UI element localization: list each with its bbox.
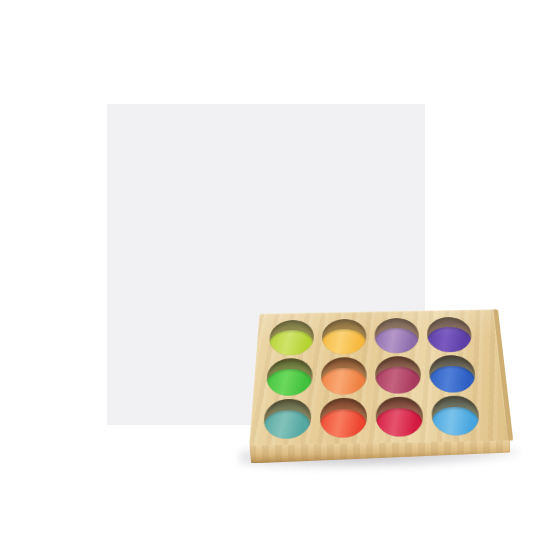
well-hole-orchid	[374, 318, 419, 354]
board-well-lime	[264, 318, 318, 357]
felt-disc-blue	[429, 365, 475, 393]
board-well-red_orange	[314, 396, 371, 440]
felt-disc-lime	[269, 330, 313, 356]
board-well-berry	[370, 354, 425, 395]
well-hole-light_blue	[430, 395, 480, 436]
well-hole-lime	[268, 320, 314, 356]
sorting-board	[102, 103, 426, 430]
board-well-violet	[421, 315, 476, 354]
felt-disc-berry	[376, 366, 421, 394]
product-photo-page	[0, 0, 533, 533]
well-hole-red_orange	[319, 397, 367, 438]
well-hole-blue	[428, 355, 476, 393]
board-well-green	[261, 356, 317, 398]
felt-disc-orange	[321, 367, 365, 395]
felt-disc-green	[266, 369, 311, 397]
well-hole-berry	[374, 356, 421, 394]
holes-grid	[249, 309, 508, 445]
board-well-orchid	[370, 316, 424, 355]
felt-disc-red	[376, 408, 422, 437]
felt-disc-red_orange	[320, 409, 366, 438]
felt-disc-teal	[263, 410, 310, 439]
felt-disc-light_blue	[432, 407, 480, 436]
well-hole-red	[375, 396, 423, 437]
board-well-red	[371, 395, 428, 439]
well-hole-violet	[426, 317, 473, 353]
well-hole-yellow	[321, 319, 366, 355]
board-well-yellow	[317, 317, 370, 356]
board-well-blue	[424, 353, 481, 394]
well-hole-teal	[262, 398, 311, 439]
board-well-orange	[316, 355, 371, 396]
felt-disc-violet	[427, 327, 472, 353]
board-well-light_blue	[426, 394, 485, 438]
felt-disc-orchid	[375, 328, 418, 354]
photo-backdrop	[107, 104, 425, 425]
well-hole-green	[265, 358, 313, 396]
board-top-face	[249, 309, 513, 445]
well-hole-orange	[320, 357, 366, 395]
board-well-teal	[258, 397, 316, 441]
felt-disc-yellow	[322, 329, 365, 355]
